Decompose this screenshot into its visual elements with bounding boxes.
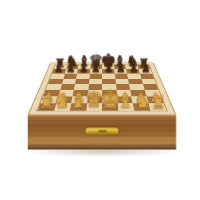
piece-white-rook: ♜ bbox=[38, 94, 53, 111]
piece-black-pawn: ♟ bbox=[54, 63, 63, 73]
square-g1: ♞ bbox=[133, 103, 151, 111]
piece-white-rook: ♜ bbox=[151, 94, 166, 111]
square-g7: ♟ bbox=[126, 69, 139, 74]
square-f7: ♟ bbox=[114, 69, 127, 74]
square-f1: ♝ bbox=[117, 103, 134, 111]
piece-black-pawn: ♟ bbox=[116, 63, 125, 73]
square-e7: ♟ bbox=[102, 69, 114, 74]
square-d7: ♟ bbox=[90, 69, 102, 74]
chess-set-photo: ♜♞♝♛♚♝♞♜♟♟♟♟♟♟♟♟♟♟♟♟♟♟♟♟♜♞♝♛♚♝♞♜ bbox=[0, 0, 200, 200]
square-c7: ♟ bbox=[77, 69, 90, 74]
piece-black-pawn: ♟ bbox=[79, 63, 88, 73]
piece-white-knight: ♞ bbox=[53, 92, 70, 111]
piece-black-pawn: ♟ bbox=[91, 63, 100, 73]
piece-black-pawn: ♟ bbox=[141, 63, 150, 73]
brass-latch-icon bbox=[86, 128, 119, 135]
chess-board-grid: ♜♞♝♛♚♝♞♜♟♟♟♟♟♟♟♟♟♟♟♟♟♟♟♟♜♞♝♛♚♝♞♜ bbox=[38, 65, 167, 111]
piece-white-bishop: ♝ bbox=[118, 92, 135, 111]
piece-black-pawn: ♟ bbox=[129, 63, 138, 73]
box-front bbox=[28, 114, 176, 149]
square-e1: ♚ bbox=[102, 103, 118, 111]
piece-black-pawn: ♟ bbox=[104, 63, 113, 73]
square-h1: ♜ bbox=[148, 103, 166, 111]
chess-board: ♜♞♝♛♚♝♞♜♟♟♟♟♟♟♟♟♟♟♟♟♟♟♟♟♜♞♝♛♚♝♞♜ bbox=[27, 63, 176, 115]
square-h7: ♟ bbox=[138, 69, 152, 74]
piece-black-pawn: ♟ bbox=[66, 63, 75, 73]
piece-white-knight: ♞ bbox=[134, 92, 151, 111]
